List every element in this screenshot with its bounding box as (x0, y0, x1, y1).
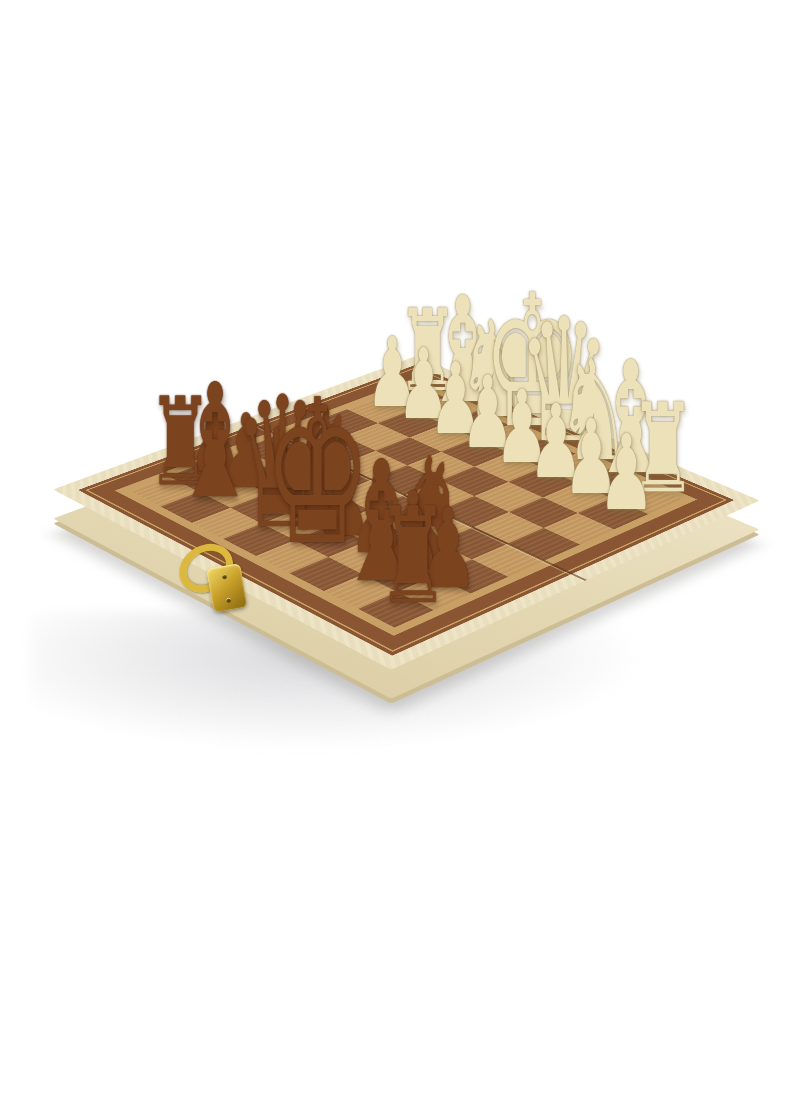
brass-clasp (174, 535, 265, 631)
clasp-plate (206, 563, 247, 612)
product-photo-scene: ♜♝♞♛♚♞♝♜♟♟♟♟♟♟♟♟♟♟♟♟♟♟♟♟♜♝♞♚♛♞♝♜ (0, 0, 800, 1096)
